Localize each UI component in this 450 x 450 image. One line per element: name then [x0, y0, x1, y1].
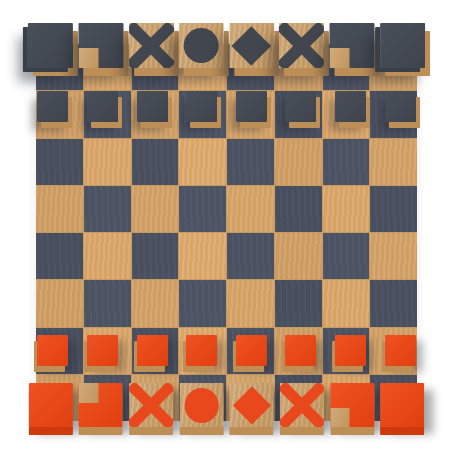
square-b5[interactable] [84, 186, 131, 232]
square-b3[interactable] [84, 280, 131, 326]
piece-black-pawn-e7[interactable] [236, 91, 267, 122]
square-e3[interactable] [227, 280, 274, 326]
piece-white-pawn-e2[interactable] [236, 335, 267, 366]
square-g4[interactable] [323, 233, 370, 279]
piece-white-pawn-a2[interactable] [37, 335, 68, 366]
piece-white-bishop-f1[interactable] [280, 383, 324, 427]
square-c3[interactable] [132, 280, 179, 326]
piece-white-pawn-d2[interactable] [186, 335, 217, 366]
piece-black-rook-h8[interactable] [380, 23, 425, 68]
piece-white-knight-g1[interactable] [330, 383, 374, 427]
piece-black-rook-a8[interactable] [28, 23, 73, 68]
piece-white-king-e1[interactable] [230, 383, 274, 427]
piece-black-pawn-g7[interactable] [335, 91, 366, 122]
chess-set-photo [0, 0, 450, 450]
piece-white-knight-b1[interactable] [79, 383, 123, 427]
piece-black-queen-d8[interactable] [179, 23, 224, 68]
square-a4[interactable] [36, 233, 83, 279]
piece-black-knight-b8[interactable] [78, 23, 123, 68]
piece-black-pawn-a7[interactable] [37, 91, 68, 122]
square-c5[interactable] [132, 186, 179, 232]
square-c4[interactable] [132, 233, 179, 279]
piece-white-pawn-h2[interactable] [385, 335, 416, 366]
square-d3[interactable] [179, 280, 226, 326]
piece-white-pawn-g2[interactable] [335, 335, 366, 366]
square-g5[interactable] [323, 186, 370, 232]
square-e4[interactable] [227, 233, 274, 279]
queen-circle-icon [184, 388, 218, 422]
queen-circle-icon [184, 28, 219, 63]
piece-white-queen-d1[interactable] [179, 383, 223, 427]
square-a6[interactable] [36, 139, 83, 185]
piece-black-bishop-c8[interactable] [129, 23, 174, 68]
square-b6[interactable] [84, 139, 131, 185]
knight-l-notch [79, 383, 99, 403]
square-h4[interactable] [370, 233, 417, 279]
square-f4[interactable] [275, 233, 322, 279]
piece-white-pawn-c2[interactable] [137, 335, 168, 366]
piece-white-bishop-c1[interactable] [129, 383, 173, 427]
square-d6[interactable] [179, 139, 226, 185]
bishop-x-icon [279, 23, 324, 68]
bishop-x-icon [280, 383, 324, 427]
square-e5[interactable] [227, 186, 274, 232]
piece-black-pawn-h7[interactable] [385, 91, 416, 122]
square-c6[interactable] [132, 139, 179, 185]
piece-black-pawn-b7[interactable] [87, 91, 118, 122]
square-h3[interactable] [370, 280, 417, 326]
square-g3[interactable] [323, 280, 370, 326]
square-f6[interactable] [275, 139, 322, 185]
piece-black-king-e8[interactable] [229, 23, 274, 68]
square-b4[interactable] [84, 233, 131, 279]
bishop-x-icon [129, 383, 173, 427]
piece-white-pawn-b2[interactable] [87, 335, 118, 366]
bishop-x-icon [129, 23, 174, 68]
square-a3[interactable] [36, 280, 83, 326]
square-g6[interactable] [323, 139, 370, 185]
piece-black-knight-g8[interactable] [330, 23, 375, 68]
piece-white-pawn-f2[interactable] [285, 335, 316, 366]
piece-black-pawn-c7[interactable] [137, 91, 168, 122]
square-d5[interactable] [179, 186, 226, 232]
king-diamond-icon [232, 386, 271, 425]
knight-l-notch [330, 408, 350, 428]
square-h6[interactable] [370, 139, 417, 185]
piece-black-bishop-f8[interactable] [279, 23, 324, 68]
knight-l-notch [78, 48, 98, 68]
king-diamond-icon [232, 26, 271, 65]
knight-l-notch [330, 48, 350, 68]
piece-white-rook-a1[interactable] [29, 383, 73, 427]
square-f5[interactable] [275, 186, 322, 232]
square-f3[interactable] [275, 280, 322, 326]
square-d4[interactable] [179, 233, 226, 279]
piece-white-rook-h1[interactable] [380, 383, 424, 427]
square-h5[interactable] [370, 186, 417, 232]
piece-black-pawn-d7[interactable] [186, 91, 217, 122]
square-e6[interactable] [227, 139, 274, 185]
square-a5[interactable] [36, 186, 83, 232]
piece-black-pawn-f7[interactable] [285, 91, 316, 122]
